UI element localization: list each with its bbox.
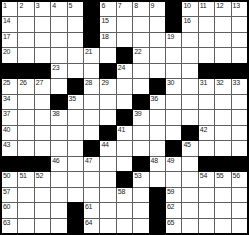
clue-number: 55 — [216, 172, 223, 180]
cell-r4c2[interactable] — [18, 48, 33, 62]
black-cell-r11c14 — [215, 157, 230, 171]
cell-r3c7[interactable]: 18 — [100, 33, 115, 47]
cell-r6c1[interactable]: 25 — [2, 79, 17, 93]
cell-r15c15[interactable] — [232, 219, 247, 233]
cell-r3c10[interactable] — [150, 33, 165, 47]
cell-r13c1[interactable]: 57 — [2, 188, 17, 202]
cell-r2c13[interactable] — [199, 17, 214, 31]
clue-number: 30 — [167, 79, 174, 87]
cell-r10c2[interactable] — [18, 141, 33, 155]
cell-r7c5[interactable]: 35 — [68, 95, 83, 109]
clue-number: 17 — [3, 33, 10, 41]
cell-r2c7[interactable]: 15 — [100, 17, 115, 31]
clue-number: 7 — [118, 2, 122, 10]
cell-r13c5[interactable] — [68, 188, 83, 202]
cell-r13c4[interactable] — [51, 188, 66, 202]
black-cell-r5c15 — [232, 64, 247, 78]
cell-r12c2[interactable]: 51 — [18, 172, 33, 186]
cell-r12c10[interactable] — [150, 172, 165, 186]
black-cell-r15c10 — [150, 219, 165, 233]
clue-number: 34 — [3, 95, 10, 103]
cell-r2c14[interactable] — [215, 17, 230, 31]
cell-r10c8[interactable] — [117, 141, 132, 155]
cell-r15c3[interactable] — [35, 219, 50, 233]
cell-r11c5[interactable] — [68, 157, 83, 171]
clue-number: 59 — [167, 188, 174, 196]
cell-r3c3[interactable] — [35, 33, 50, 47]
cell-r15c9[interactable] — [133, 219, 148, 233]
clue-number: 19 — [167, 33, 174, 41]
cell-r12c13[interactable]: 54 — [199, 172, 214, 186]
cell-r9c4[interactable] — [51, 126, 66, 140]
clue-number: 29 — [101, 79, 108, 87]
cell-r3c14[interactable] — [215, 33, 230, 47]
cell-r15c4[interactable] — [51, 219, 66, 233]
clue-number: 58 — [118, 188, 125, 196]
cell-r3c5[interactable] — [68, 33, 83, 47]
black-cell-r11c3 — [35, 157, 50, 171]
clue-number: 46 — [52, 157, 59, 165]
clue-number: 2 — [19, 2, 23, 10]
cell-r10c10[interactable] — [150, 141, 165, 155]
cell-r4c3[interactable] — [35, 48, 50, 62]
cell-r12c15[interactable]: 56 — [232, 172, 247, 186]
cell-r1c1[interactable]: 1 — [2, 2, 17, 16]
clue-number: 57 — [3, 188, 10, 196]
clue-number: 35 — [69, 95, 76, 103]
cell-r4c11[interactable] — [166, 48, 181, 62]
clue-number: 40 — [3, 126, 10, 134]
cell-r3c12[interactable] — [182, 33, 197, 47]
cell-r9c1[interactable]: 40 — [2, 126, 17, 140]
cell-r5c10[interactable] — [150, 64, 165, 78]
cell-r10c14[interactable] — [215, 141, 230, 155]
cell-r2c10[interactable] — [150, 17, 165, 31]
cell-r4c9[interactable]: 22 — [133, 48, 148, 62]
cell-r1c5[interactable]: 5 — [68, 2, 83, 16]
cell-r8c15[interactable] — [232, 110, 247, 124]
cell-r4c7[interactable] — [100, 48, 115, 62]
clue-number: 43 — [3, 141, 10, 149]
cell-r11c4[interactable]: 46 — [51, 157, 66, 171]
cell-r15c11[interactable]: 65 — [166, 219, 181, 233]
clue-number: 41 — [118, 126, 125, 134]
cell-r14c3[interactable] — [35, 203, 50, 217]
cell-r12c1[interactable]: 50 — [2, 172, 17, 186]
cell-r6c12[interactable] — [182, 79, 197, 93]
cell-r6c6[interactable]: 28 — [84, 79, 99, 93]
cell-r9c10[interactable] — [150, 126, 165, 140]
cell-r4c4[interactable] — [51, 48, 66, 62]
clue-number: 38 — [52, 110, 59, 118]
clue-number: 21 — [85, 48, 92, 56]
cell-r7c11[interactable] — [166, 95, 181, 109]
clue-number: 4 — [52, 2, 56, 10]
black-cell-r4c8 — [117, 48, 132, 62]
cell-r14c2[interactable] — [18, 203, 33, 217]
cell-r1c8[interactable]: 7 — [117, 2, 132, 16]
cell-r9c14[interactable] — [215, 126, 230, 140]
black-cell-r14c10 — [150, 203, 165, 217]
cell-r14c14[interactable] — [215, 203, 230, 217]
cell-r12c4[interactable] — [51, 172, 66, 186]
clue-number: 44 — [101, 141, 108, 149]
clue-number: 10 — [183, 2, 190, 10]
clue-number: 9 — [151, 2, 155, 10]
cell-r13c13[interactable] — [199, 188, 214, 202]
cell-r12c12[interactable] — [182, 172, 197, 186]
clue-number: 20 — [3, 48, 10, 56]
black-cell-r8c8 — [117, 110, 132, 124]
black-cell-r12c8 — [117, 172, 132, 186]
cell-r14c13[interactable] — [199, 203, 214, 217]
cell-r10c15[interactable] — [232, 141, 247, 155]
clue-number: 63 — [3, 219, 10, 227]
cell-r3c15[interactable] — [232, 33, 247, 47]
cell-r8c14[interactable] — [215, 110, 230, 124]
black-cell-r11c15 — [232, 157, 247, 171]
cell-r15c8[interactable] — [117, 219, 132, 233]
clue-number: 23 — [52, 64, 59, 72]
cell-r8c9[interactable]: 39 — [133, 110, 148, 124]
clue-number: 53 — [134, 172, 141, 180]
cell-r8c1[interactable]: 37 — [2, 110, 17, 124]
black-cell-r2c11 — [166, 17, 181, 31]
clue-number: 28 — [85, 79, 92, 87]
cell-r1c14[interactable]: 12 — [215, 2, 230, 16]
cell-r8c7[interactable] — [100, 110, 115, 124]
cell-r4c13[interactable] — [199, 48, 214, 62]
black-cell-r10c6 — [84, 141, 99, 155]
cell-r4c14[interactable] — [215, 48, 230, 62]
cell-r12c5[interactable] — [68, 172, 83, 186]
cell-r6c13[interactable]: 31 — [199, 79, 214, 93]
black-cell-r5c3 — [35, 64, 50, 78]
black-cell-r10c11 — [166, 141, 181, 155]
cell-r7c6[interactable] — [84, 95, 99, 109]
black-cell-r15c5 — [68, 219, 83, 233]
black-cell-r5c2 — [18, 64, 33, 78]
cell-r4c6[interactable]: 21 — [84, 48, 99, 62]
clue-number: 24 — [118, 64, 125, 72]
clue-number: 50 — [3, 172, 10, 180]
clue-number: 12 — [216, 2, 223, 10]
clue-number: 42 — [200, 126, 207, 134]
clue-number: 16 — [183, 17, 190, 25]
cell-r5c5[interactable] — [68, 64, 83, 78]
cell-r6c4[interactable] — [51, 79, 66, 93]
clue-number: 54 — [200, 172, 207, 180]
cell-r9c13[interactable]: 42 — [199, 126, 214, 140]
cell-r10c3[interactable] — [35, 141, 50, 155]
cell-r12c14[interactable]: 55 — [215, 172, 230, 186]
cell-r5c6[interactable] — [84, 64, 99, 78]
black-cell-r5c13 — [199, 64, 214, 78]
cell-r7c15[interactable] — [232, 95, 247, 109]
cell-r2c9[interactable] — [133, 17, 148, 31]
cell-r4c1[interactable]: 20 — [2, 48, 17, 62]
clue-number: 15 — [101, 17, 108, 25]
cell-r13c7[interactable] — [100, 188, 115, 202]
cell-r1c4[interactable]: 4 — [51, 2, 66, 16]
cell-r7c8[interactable] — [117, 95, 132, 109]
cell-r4c15[interactable] — [232, 48, 247, 62]
cell-r7c12[interactable] — [182, 95, 197, 109]
clue-number: 5 — [69, 2, 73, 10]
cell-r7c3[interactable] — [35, 95, 50, 109]
cell-r13c8[interactable]: 58 — [117, 188, 132, 202]
cell-r11c10[interactable]: 48 — [150, 157, 165, 171]
cell-r8c2[interactable] — [18, 110, 33, 124]
cell-r6c2[interactable]: 26 — [18, 79, 33, 93]
black-cell-r5c1 — [2, 64, 17, 78]
cell-r11c7[interactable] — [100, 157, 115, 171]
cell-r12c9[interactable]: 53 — [133, 172, 148, 186]
cell-r8c3[interactable] — [35, 110, 50, 124]
cell-r1c3[interactable]: 3 — [35, 2, 50, 16]
cell-r8c5[interactable] — [68, 110, 83, 124]
cell-r2c3[interactable] — [35, 17, 50, 31]
cell-r2c1[interactable]: 14 — [2, 17, 17, 31]
clue-number: 31 — [200, 79, 207, 87]
clue-number: 1 — [3, 2, 7, 10]
cell-r5c4[interactable]: 23 — [51, 64, 66, 78]
cell-r5c8[interactable]: 24 — [117, 64, 132, 78]
clue-number: 49 — [167, 157, 174, 165]
cell-r2c4[interactable] — [51, 17, 66, 31]
cell-r13c3[interactable] — [35, 188, 50, 202]
cell-r2c2[interactable] — [18, 17, 33, 31]
clue-number: 6 — [101, 2, 105, 10]
clue-number: 3 — [36, 2, 40, 10]
cell-r10c1[interactable]: 43 — [2, 141, 17, 155]
clue-number: 56 — [233, 172, 240, 180]
clue-number: 48 — [151, 157, 158, 165]
clue-number: 51 — [19, 172, 26, 180]
cell-r6c14[interactable]: 32 — [215, 79, 230, 93]
cell-r11c11[interactable]: 49 — [166, 157, 181, 171]
cell-r11c6[interactable]: 47 — [84, 157, 99, 171]
cell-r3c8[interactable] — [117, 33, 132, 47]
clue-number: 52 — [36, 172, 43, 180]
black-cell-r6c10 — [150, 79, 165, 93]
cell-r10c5[interactable] — [68, 141, 83, 155]
clue-number: 60 — [3, 203, 10, 211]
cell-r14c15[interactable] — [232, 203, 247, 217]
cell-r15c6[interactable]: 64 — [84, 219, 99, 233]
black-cell-r1c11 — [166, 2, 181, 16]
black-cell-r7c4 — [51, 95, 66, 109]
cell-r6c3[interactable]: 27 — [35, 79, 50, 93]
cell-r9c3[interactable] — [35, 126, 50, 140]
cell-r10c12[interactable]: 45 — [182, 141, 197, 155]
clue-number: 25 — [3, 79, 10, 87]
cell-r12c7[interactable] — [100, 172, 115, 186]
cell-r7c7[interactable] — [100, 95, 115, 109]
crossword-grid: 1234567891011121314151617181920212223242… — [0, 0, 249, 235]
cell-r12c6[interactable] — [84, 172, 99, 186]
cell-r2c5[interactable] — [68, 17, 83, 31]
clue-number: 27 — [36, 79, 43, 87]
black-cell-r14c5 — [68, 203, 83, 217]
cell-r15c7[interactable] — [100, 219, 115, 233]
cell-r13c12[interactable] — [182, 188, 197, 202]
cell-r14c9[interactable] — [133, 203, 148, 217]
cell-r13c9[interactable] — [133, 188, 148, 202]
cell-r10c7[interactable]: 44 — [100, 141, 115, 155]
cell-r9c8[interactable]: 41 — [117, 126, 132, 140]
black-cell-r1c6 — [84, 2, 99, 16]
cell-r3c2[interactable] — [18, 33, 33, 47]
cell-r6c9[interactable] — [133, 79, 148, 93]
clue-number: 26 — [19, 79, 26, 87]
cell-r6c7[interactable]: 29 — [100, 79, 115, 93]
cell-r9c11[interactable] — [166, 126, 181, 140]
cell-r13c6[interactable] — [84, 188, 99, 202]
cell-r6c11[interactable]: 30 — [166, 79, 181, 93]
clue-number: 8 — [134, 2, 138, 10]
cell-r4c5[interactable] — [68, 48, 83, 62]
cell-r9c9[interactable] — [133, 126, 148, 140]
cell-r13c11[interactable]: 59 — [166, 188, 181, 202]
cell-r14c1[interactable]: 60 — [2, 203, 17, 217]
cell-r13c2[interactable] — [18, 188, 33, 202]
cell-r1c10[interactable]: 9 — [150, 2, 165, 16]
cell-r7c13[interactable] — [199, 95, 214, 109]
cell-r1c12[interactable]: 10 — [182, 2, 197, 16]
cell-r14c11[interactable]: 62 — [166, 203, 181, 217]
cell-r9c2[interactable] — [18, 126, 33, 140]
cell-r2c12[interactable]: 16 — [182, 17, 197, 31]
clue-number: 36 — [151, 95, 158, 103]
cell-r14c8[interactable] — [117, 203, 132, 217]
black-cell-r11c13 — [199, 157, 214, 171]
black-cell-r11c9 — [133, 157, 148, 171]
cell-r3c13[interactable] — [199, 33, 214, 47]
cell-r5c12[interactable] — [182, 64, 197, 78]
cell-r8c6[interactable] — [84, 110, 99, 124]
cell-r10c4[interactable] — [51, 141, 66, 155]
black-cell-r5c7 — [100, 64, 115, 78]
cell-r15c1[interactable]: 63 — [2, 219, 17, 233]
cell-r5c9[interactable] — [133, 64, 148, 78]
cell-r3c9[interactable] — [133, 33, 148, 47]
black-cell-r11c2 — [18, 157, 33, 171]
cell-r14c6[interactable]: 61 — [84, 203, 99, 217]
black-cell-r5c14 — [215, 64, 230, 78]
cell-r7c14[interactable] — [215, 95, 230, 109]
cell-r8c12[interactable] — [182, 110, 197, 124]
black-cell-r9c12 — [182, 126, 197, 140]
cell-r14c12[interactable] — [182, 203, 197, 217]
cell-r8c11[interactable] — [166, 110, 181, 124]
cell-r9c6[interactable] — [84, 126, 99, 140]
clue-number: 45 — [183, 141, 190, 149]
black-cell-r11c1 — [2, 157, 17, 171]
cell-r8c4[interactable]: 38 — [51, 110, 66, 124]
cell-r9c5[interactable] — [68, 126, 83, 140]
cell-r1c9[interactable]: 8 — [133, 2, 148, 16]
cell-r4c10[interactable] — [150, 48, 165, 62]
cell-r7c1[interactable]: 34 — [2, 95, 17, 109]
cell-r14c7[interactable] — [100, 203, 115, 217]
clue-number: 37 — [3, 110, 10, 118]
cell-r7c2[interactable] — [18, 95, 33, 109]
cell-r12c11[interactable] — [166, 172, 181, 186]
black-cell-r3c6 — [84, 33, 99, 47]
cell-r11c8[interactable] — [117, 157, 132, 171]
clue-number: 14 — [3, 17, 10, 25]
cell-r1c15[interactable]: 13 — [232, 2, 247, 16]
cell-r12c3[interactable]: 52 — [35, 172, 50, 186]
clue-number: 64 — [85, 219, 92, 227]
black-cell-r7c9 — [133, 95, 148, 109]
cell-r6c15[interactable]: 33 — [232, 79, 247, 93]
cell-r6c8[interactable] — [117, 79, 132, 93]
black-cell-r6c5 — [68, 79, 83, 93]
cell-r11c12[interactable] — [182, 157, 197, 171]
cell-r5c11[interactable] — [166, 64, 181, 78]
cell-r3c4[interactable] — [51, 33, 66, 47]
cell-r14c4[interactable] — [51, 203, 66, 217]
cell-r13c15[interactable] — [232, 188, 247, 202]
cell-r10c9[interactable] — [133, 141, 148, 155]
clue-number: 32 — [216, 79, 223, 87]
clue-number: 61 — [85, 203, 92, 211]
clue-number: 18 — [101, 33, 108, 41]
cell-r1c2[interactable]: 2 — [18, 2, 33, 16]
clue-number: 33 — [233, 79, 240, 87]
clue-number: 65 — [167, 219, 174, 227]
clue-number: 13 — [233, 2, 240, 10]
cell-r3c11[interactable]: 19 — [166, 33, 181, 47]
cell-r8c10[interactable] — [150, 110, 165, 124]
cell-r10c13[interactable] — [199, 141, 214, 155]
cell-r8c13[interactable] — [199, 110, 214, 124]
cell-r2c15[interactable] — [232, 17, 247, 31]
clue-number: 22 — [134, 48, 141, 56]
black-cell-r13c10 — [150, 188, 165, 202]
cell-r15c14[interactable] — [215, 219, 230, 233]
cell-r1c13[interactable]: 11 — [199, 2, 214, 16]
clue-number: 62 — [167, 203, 174, 211]
black-cell-r2c6 — [84, 17, 99, 31]
cell-r9c15[interactable] — [232, 126, 247, 140]
cell-r3c1[interactable]: 17 — [2, 33, 17, 47]
black-cell-r9c7 — [100, 126, 115, 140]
cell-r15c12[interactable] — [182, 219, 197, 233]
cell-r2c8[interactable] — [117, 17, 132, 31]
clue-number: 11 — [200, 2, 207, 10]
clue-number: 39 — [134, 110, 141, 118]
cell-r7c10[interactable]: 36 — [150, 95, 165, 109]
cell-r4c12[interactable] — [182, 48, 197, 62]
clue-number: 47 — [85, 157, 92, 165]
cell-r15c13[interactable] — [199, 219, 214, 233]
cell-r15c2[interactable] — [18, 219, 33, 233]
cell-r13c14[interactable] — [215, 188, 230, 202]
cell-r1c7[interactable]: 6 — [100, 2, 115, 16]
